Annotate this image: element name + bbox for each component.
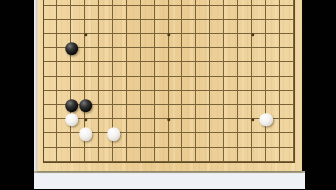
board-cell [169,133,183,147]
board-cell [224,77,238,91]
board-cell [266,148,280,162]
video-frame [0,0,336,189]
board-cell [99,77,113,91]
board-cell [280,48,294,62]
board-cell [113,20,127,34]
board-cell [224,119,238,133]
board-cell [252,62,266,76]
board-cell [182,91,196,105]
board-cell [169,62,183,76]
board-cell [127,48,141,62]
board-cell [196,105,210,119]
board-cell [71,77,85,91]
board-cell [224,34,238,48]
board-cell [99,34,113,48]
board-cell [252,48,266,62]
board-cell [141,77,155,91]
board-cell [113,91,127,105]
board-cell [238,34,252,48]
white-stone-F3 [107,127,121,141]
board-cell [113,148,127,162]
board-cell [266,62,280,76]
board-cell [280,133,294,147]
board-cell [57,148,71,162]
board-cell [155,148,169,162]
board-cell [71,6,85,20]
board-cell [252,91,266,105]
board-cell [155,6,169,20]
board-cell [85,148,99,162]
board-cell [169,20,183,34]
board-cell [266,6,280,20]
board-cell [85,48,99,62]
board-cell [182,62,196,76]
board-cell [266,133,280,147]
board-cell [196,34,210,48]
board-cell [182,48,196,62]
board-cell [169,148,183,162]
board-cell [224,20,238,34]
board-cell [266,77,280,91]
board-cell [280,34,294,48]
board-cell [210,91,224,105]
board-cell [238,91,252,105]
board-cell [266,34,280,48]
board-cell [238,6,252,20]
board-cell [196,62,210,76]
board-cell [238,133,252,147]
board-cell [141,34,155,48]
board-cell [85,6,99,20]
board-cell [113,48,127,62]
board-cell [210,133,224,147]
board-cell [169,105,183,119]
board-cell [196,77,210,91]
board-cell [44,20,58,34]
board-cell [210,6,224,20]
board-cell [224,48,238,62]
board-cell [141,62,155,76]
board-cell [182,77,196,91]
board-cell [155,133,169,147]
board-cell [210,48,224,62]
board-cell [196,119,210,133]
board-cell [127,20,141,34]
board-cell [44,91,58,105]
board-cell [127,34,141,48]
board-cell [99,20,113,34]
board-cell [71,148,85,162]
board-cell [127,77,141,91]
board-cell [210,148,224,162]
board-cell [280,77,294,91]
board-cell [252,133,266,147]
board-cell [155,119,169,133]
board-cell [141,133,155,147]
board-cell [252,77,266,91]
board-cell [85,62,99,76]
board-cell [57,20,71,34]
board-cell [182,34,196,48]
board-cell [141,119,155,133]
board-cell [127,105,141,119]
board-cell [182,6,196,20]
board-cell [182,133,196,147]
board-cell [155,91,169,105]
board-cell [238,20,252,34]
board-cell [99,62,113,76]
board-cell [280,6,294,20]
board-cell [210,20,224,34]
board-cell [127,133,141,147]
go-board [37,0,303,171]
board-cell [252,6,266,20]
board-cell [182,105,196,119]
board-cell [127,62,141,76]
board-cell [196,20,210,34]
board-cell [141,105,155,119]
board-cell [155,105,169,119]
board-cell [280,119,294,133]
board-cell [113,77,127,91]
board-cell [57,77,71,91]
board-cell [127,91,141,105]
board-cell [280,105,294,119]
board-cell [71,20,85,34]
board-cell [182,20,196,34]
board-cell [224,62,238,76]
board-cell [210,105,224,119]
board-cell [196,133,210,147]
board-cell [169,91,183,105]
board-cell [238,119,252,133]
board-cell [57,6,71,20]
board-cell [238,148,252,162]
board-cell [57,133,71,147]
white-stone-C4 [65,113,79,127]
board-cell [44,148,58,162]
board-cell [280,91,294,105]
board-cell [127,6,141,20]
board-cell [44,105,58,119]
board-cell [155,77,169,91]
board-cell [113,6,127,20]
page-area-below-board [34,171,305,190]
board-cell [266,48,280,62]
board-cell [238,105,252,119]
board-cell [210,62,224,76]
board-cell [71,62,85,76]
board-cell [210,34,224,48]
board-cell [252,34,266,48]
board-cell [141,148,155,162]
board-cell [169,6,183,20]
board-cell [44,77,58,91]
board-cell [280,62,294,76]
board-cell [141,20,155,34]
board-cell [224,133,238,147]
go-board-grid[interactable] [43,0,295,163]
board-cell [280,148,294,162]
white-stone-D3 [79,127,93,141]
board-cell [238,48,252,62]
board-cell [224,6,238,20]
board-cell [99,148,113,162]
board-cell [280,20,294,34]
board-cell [44,62,58,76]
board-cell [210,77,224,91]
board-cell [252,20,266,34]
board-cell [127,119,141,133]
board-cell [113,105,127,119]
board-cell [266,20,280,34]
board-cell [44,48,58,62]
black-stone-C5 [65,99,79,113]
board-cell [141,91,155,105]
board-cell [182,148,196,162]
board-cell [85,77,99,91]
board-cell [196,6,210,20]
board-cell [182,119,196,133]
board-cell [113,34,127,48]
board-cell [196,148,210,162]
board-cell [99,91,113,105]
board-cell [196,91,210,105]
board-cell [224,105,238,119]
board-cell [238,77,252,91]
board-cell [127,148,141,162]
black-stone-C9 [65,42,79,56]
board-cell [85,34,99,48]
board-cell [224,148,238,162]
board-cell [155,62,169,76]
board-cell [169,77,183,91]
board-cell [210,119,224,133]
board-cell [224,91,238,105]
board-cell [85,20,99,34]
board-cell [169,48,183,62]
board-cell [99,105,113,119]
board-cell [238,62,252,76]
board-cell [155,34,169,48]
board-cell [99,6,113,20]
black-stone-D5 [79,99,93,113]
board-cell [141,6,155,20]
board-cell [99,48,113,62]
board-cell [266,91,280,105]
board-cell [44,119,58,133]
board-cell [44,133,58,147]
board-cell [196,48,210,62]
board-cell [113,62,127,76]
board-cell [155,20,169,34]
board-cell [44,6,58,20]
board-cell [155,48,169,62]
white-stone-R4 [260,113,274,127]
board-cell [141,48,155,62]
board-cell [169,119,183,133]
board-cell [57,62,71,76]
board-cell [169,34,183,48]
board-cell [44,34,58,48]
board-cell [252,148,266,162]
